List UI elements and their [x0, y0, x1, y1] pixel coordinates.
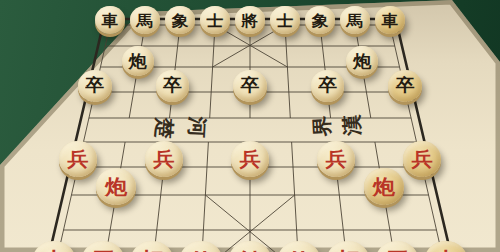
piece-black-soldier[interactable]: 卒	[388, 70, 422, 102]
piece-red-general[interactable]: 帥	[228, 241, 272, 252]
piece-black-soldier[interactable]: 卒	[156, 70, 190, 102]
piece-black-horse[interactable]: 馬	[340, 6, 370, 34]
piece-red-advisor[interactable]: 仕	[179, 241, 223, 252]
piece-black-chariot[interactable]: 車	[375, 6, 405, 34]
piece-red-horse[interactable]: 馬	[375, 241, 419, 252]
piece-black-chariot[interactable]: 車	[95, 6, 125, 34]
piece-red-chariot[interactable]: 車	[32, 241, 76, 252]
piece-red-horse[interactable]: 馬	[81, 241, 125, 252]
pieces-layer: 車馬象士將士象馬車炮炮卒卒卒卒卒兵兵兵兵兵炮炮車馬相仕帥仕相馬車	[0, 0, 500, 252]
piece-black-soldier[interactable]: 卒	[78, 70, 112, 102]
piece-black-cannon[interactable]: 炮	[122, 46, 154, 76]
piece-black-horse[interactable]: 馬	[130, 6, 160, 34]
piece-red-advisor[interactable]: 仕	[277, 241, 321, 252]
piece-red-elephant[interactable]: 相	[326, 241, 370, 252]
xiangqi-photo: 楚河界漢 車馬象士將士象馬車炮炮卒卒卒卒卒兵兵兵兵兵炮炮車馬相仕帥仕相馬車	[0, 0, 500, 252]
piece-black-elephant[interactable]: 象	[305, 6, 335, 34]
piece-black-advisor[interactable]: 士	[200, 6, 230, 34]
piece-black-soldier[interactable]: 卒	[233, 70, 267, 102]
piece-black-elephant[interactable]: 象	[165, 6, 195, 34]
piece-red-soldier[interactable]: 兵	[145, 141, 183, 177]
piece-red-elephant[interactable]: 相	[130, 241, 174, 252]
piece-black-general[interactable]: 將	[235, 6, 265, 34]
piece-black-cannon[interactable]: 炮	[346, 46, 378, 76]
piece-red-soldier[interactable]: 兵	[59, 141, 97, 177]
piece-red-soldier[interactable]: 兵	[231, 141, 269, 177]
piece-red-cannon[interactable]: 炮	[96, 168, 136, 205]
piece-black-advisor[interactable]: 士	[270, 6, 300, 34]
piece-red-soldier[interactable]: 兵	[317, 141, 355, 177]
piece-red-chariot[interactable]: 車	[424, 241, 468, 252]
piece-red-soldier[interactable]: 兵	[403, 141, 441, 177]
piece-black-soldier[interactable]: 卒	[311, 70, 345, 102]
piece-red-cannon[interactable]: 炮	[364, 168, 404, 205]
